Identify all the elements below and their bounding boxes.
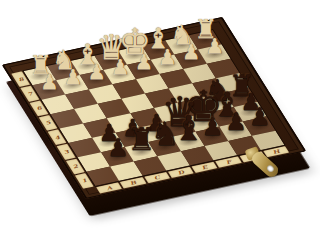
clasp-hole [265, 164, 274, 173]
chess-set-photo: 87654321 ABCDEFGH ♜♞♝♛♚♝♞♜♟♟♟♟♟♟♟♟♜♞♟♝♚♛… [0, 0, 320, 238]
brass-clasp-icon [238, 146, 290, 198]
clasp-plate [250, 150, 281, 180]
